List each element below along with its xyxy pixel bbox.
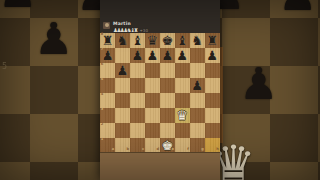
black-knight[interactable]: ♞ bbox=[115, 33, 130, 48]
square-f6[interactable] bbox=[175, 63, 190, 78]
square-a7[interactable]: 7♟ bbox=[100, 48, 115, 63]
rank-label: 6 bbox=[101, 63, 104, 67]
square-f7[interactable]: ♟ bbox=[175, 48, 190, 63]
square-e7[interactable]: ♟ bbox=[160, 48, 175, 63]
black-pawn[interactable]: ♟ bbox=[145, 48, 160, 63]
square-d8[interactable]: ♛ bbox=[145, 33, 160, 48]
black-rook[interactable]: ♜ bbox=[100, 33, 115, 48]
square-e6[interactable] bbox=[160, 63, 175, 78]
black-pawn[interactable]: ♟ bbox=[115, 63, 130, 78]
square-h1[interactable]: h bbox=[205, 138, 220, 153]
square-b8[interactable]: ♞ bbox=[115, 33, 130, 48]
square-a3[interactable]: 3 bbox=[100, 108, 115, 123]
square-e8[interactable]: ♚ bbox=[160, 33, 175, 48]
background-square bbox=[270, 114, 318, 162]
chess-app-video-panel: Martin ♟♟♟♟♞♝♜+30 8♜♞♝♛♚♝♞♜7♟♟♟♟♟♟6♟5♟43… bbox=[100, 0, 220, 180]
square-g5[interactable]: ♟ bbox=[190, 78, 205, 93]
black-knight[interactable]: ♞ bbox=[190, 33, 205, 48]
black-pawn[interactable]: ♟ bbox=[100, 48, 115, 63]
square-c8[interactable]: ♝ bbox=[130, 33, 145, 48]
background-black-pawn: ♟ bbox=[0, 0, 37, 14]
square-b2[interactable] bbox=[115, 123, 130, 138]
square-c2[interactable] bbox=[130, 123, 145, 138]
square-e4[interactable] bbox=[160, 93, 175, 108]
shorts-video-frame: ♟♟♟♟♟♟♛ 5 Martin ♟♟♟♟♞♝♜+30 8♜♞♝♛♚♝♞♜7♟♟… bbox=[0, 0, 320, 180]
black-rook[interactable]: ♜ bbox=[205, 33, 220, 48]
board-table-surface bbox=[100, 152, 220, 180]
player-name: Martin bbox=[113, 21, 131, 26]
square-h8[interactable]: ♜ bbox=[205, 33, 220, 48]
square-d3[interactable] bbox=[145, 108, 160, 123]
square-h4[interactable] bbox=[205, 93, 220, 108]
square-h2[interactable] bbox=[205, 123, 220, 138]
square-g3[interactable] bbox=[190, 108, 205, 123]
square-d6[interactable] bbox=[145, 63, 160, 78]
square-f4[interactable] bbox=[175, 93, 190, 108]
black-queen[interactable]: ♛ bbox=[145, 33, 160, 48]
black-pawn[interactable]: ♟ bbox=[190, 78, 205, 93]
background-square bbox=[0, 66, 30, 114]
square-d4[interactable] bbox=[145, 93, 160, 108]
material-score: +30 bbox=[140, 28, 148, 33]
background-square bbox=[0, 162, 30, 180]
rank-label: 1 bbox=[101, 138, 104, 142]
square-b3[interactable] bbox=[115, 108, 130, 123]
captured-pieces-tray: ♟♟♟♟♞♝♜+30 bbox=[113, 27, 148, 33]
background-black-pawn: ♟ bbox=[278, 0, 317, 17]
rank-label: 2 bbox=[101, 123, 104, 127]
background-rank-label: 5 bbox=[2, 62, 7, 71]
background-black-pawn: ♟ bbox=[34, 17, 73, 61]
chess-board[interactable]: 8♜♞♝♛♚♝♞♜7♟♟♟♟♟♟6♟5♟43♛21abcde♚fgh bbox=[100, 33, 220, 153]
white-queen[interactable]: ♛ bbox=[175, 108, 190, 123]
square-g6[interactable] bbox=[190, 63, 205, 78]
opponent-player-bar[interactable]: Martin ♟♟♟♟♞♝♜+30 bbox=[103, 21, 217, 33]
square-f8[interactable]: ♝ bbox=[175, 33, 190, 48]
square-a2[interactable]: 2 bbox=[100, 123, 115, 138]
square-d1[interactable]: d bbox=[145, 138, 160, 153]
black-pawn[interactable]: ♟ bbox=[175, 48, 190, 63]
square-b4[interactable] bbox=[115, 93, 130, 108]
white-king[interactable]: ♚ bbox=[160, 138, 175, 153]
square-e1[interactable]: e♚ bbox=[160, 138, 175, 153]
square-g2[interactable] bbox=[190, 123, 205, 138]
square-h5[interactable] bbox=[205, 78, 220, 93]
square-b5[interactable] bbox=[115, 78, 130, 93]
black-bishop[interactable]: ♝ bbox=[175, 33, 190, 48]
black-pawn[interactable]: ♟ bbox=[160, 48, 175, 63]
background-black-pawn: ♟ bbox=[239, 62, 278, 106]
square-b1[interactable]: b bbox=[115, 138, 130, 153]
square-e3[interactable] bbox=[160, 108, 175, 123]
background-square bbox=[0, 114, 30, 162]
black-pawn[interactable]: ♟ bbox=[130, 48, 145, 63]
square-f1[interactable]: f bbox=[175, 138, 190, 153]
rank-label: 3 bbox=[101, 108, 104, 112]
square-g7[interactable] bbox=[190, 48, 205, 63]
square-b6[interactable]: ♟ bbox=[115, 63, 130, 78]
background-square bbox=[30, 114, 78, 162]
square-c7[interactable]: ♟ bbox=[130, 48, 145, 63]
square-c1[interactable]: c bbox=[130, 138, 145, 153]
rank-label: 5 bbox=[101, 78, 104, 82]
square-a6[interactable]: 6 bbox=[100, 63, 115, 78]
square-e2[interactable] bbox=[160, 123, 175, 138]
square-g1[interactable]: g bbox=[190, 138, 205, 153]
square-d5[interactable] bbox=[145, 78, 160, 93]
square-d2[interactable] bbox=[145, 123, 160, 138]
player-avatar[interactable] bbox=[103, 22, 110, 29]
square-a4[interactable]: 4 bbox=[100, 93, 115, 108]
background-square bbox=[30, 66, 78, 114]
square-c5[interactable] bbox=[130, 78, 145, 93]
square-a8[interactable]: 8♜ bbox=[100, 33, 115, 48]
black-bishop[interactable]: ♝ bbox=[130, 33, 145, 48]
square-h7[interactable]: ♟ bbox=[205, 48, 220, 63]
square-g4[interactable] bbox=[190, 93, 205, 108]
square-f2[interactable] bbox=[175, 123, 190, 138]
square-f5[interactable] bbox=[175, 78, 190, 93]
background-square bbox=[0, 18, 30, 66]
square-b7[interactable] bbox=[115, 48, 130, 63]
square-d7[interactable]: ♟ bbox=[145, 48, 160, 63]
square-a5[interactable]: 5 bbox=[100, 78, 115, 93]
background-square bbox=[30, 162, 78, 180]
square-e5[interactable] bbox=[160, 78, 175, 93]
square-g8[interactable]: ♞ bbox=[190, 33, 205, 48]
background-square bbox=[270, 162, 318, 180]
square-c6[interactable] bbox=[130, 63, 145, 78]
black-king[interactable]: ♚ bbox=[160, 33, 175, 48]
black-pawn[interactable]: ♟ bbox=[205, 48, 220, 63]
square-f3[interactable]: ♛ bbox=[175, 108, 190, 123]
square-c4[interactable] bbox=[130, 93, 145, 108]
captured-piece-icons: ♟♟♟♟♞♝♜ bbox=[113, 27, 137, 33]
rank-label: 4 bbox=[101, 93, 104, 97]
square-c3[interactable] bbox=[130, 108, 145, 123]
square-h3[interactable] bbox=[205, 108, 220, 123]
square-h6[interactable] bbox=[205, 63, 220, 78]
square-a1[interactable]: 1a bbox=[100, 138, 115, 153]
